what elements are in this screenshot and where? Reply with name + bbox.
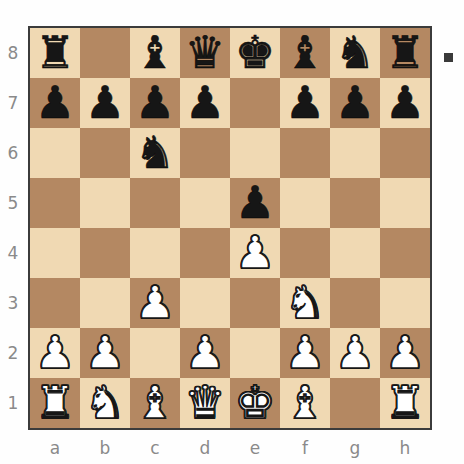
white-pawn-d2[interactable]: ♟ — [185, 328, 225, 378]
white-knight-b1[interactable]: ♞ — [85, 378, 125, 428]
black-pawn-e5[interactable]: ♟ — [235, 178, 275, 228]
square-c4[interactable] — [130, 228, 180, 278]
square-a3[interactable] — [30, 278, 80, 328]
square-b2[interactable]: ♟ — [80, 328, 130, 378]
black-knight-g8[interactable]: ♞ — [335, 28, 375, 78]
square-d8[interactable]: ♛ — [180, 28, 230, 78]
square-b1[interactable]: ♞ — [80, 378, 130, 428]
square-h6[interactable] — [380, 128, 430, 178]
white-queen-d1[interactable]: ♛ — [185, 378, 225, 428]
square-d7[interactable]: ♟ — [180, 78, 230, 128]
file-label-c: c — [130, 436, 180, 460]
square-h5[interactable] — [380, 178, 430, 228]
black-pawn-h7[interactable]: ♟ — [385, 78, 425, 128]
square-d1[interactable]: ♛ — [180, 378, 230, 428]
square-c8[interactable]: ♝ — [130, 28, 180, 78]
square-b6[interactable] — [80, 128, 130, 178]
black-bishop-c8[interactable]: ♝ — [135, 28, 175, 78]
square-c6[interactable]: ♞ — [130, 128, 180, 178]
black-pawn-g7[interactable]: ♟ — [335, 78, 375, 128]
rank-label-2: 2 — [0, 328, 26, 378]
square-g6[interactable] — [330, 128, 380, 178]
black-to-move-indicator — [444, 53, 453, 62]
square-b3[interactable] — [80, 278, 130, 328]
file-label-e: e — [230, 436, 280, 460]
rank-label-7: 7 — [0, 78, 26, 128]
square-b5[interactable] — [80, 178, 130, 228]
black-rook-h8[interactable]: ♜ — [385, 28, 425, 78]
white-bishop-c1[interactable]: ♝ — [135, 378, 175, 428]
square-g1[interactable] — [330, 378, 380, 428]
white-pawn-a2[interactable]: ♟ — [35, 328, 75, 378]
square-a8[interactable]: ♜ — [30, 28, 80, 78]
square-f1[interactable]: ♝ — [280, 378, 330, 428]
square-g2[interactable]: ♟ — [330, 328, 380, 378]
file-label-h: h — [380, 436, 430, 460]
square-f2[interactable]: ♟ — [280, 328, 330, 378]
square-e2[interactable] — [230, 328, 280, 378]
square-f6[interactable] — [280, 128, 330, 178]
square-b4[interactable] — [80, 228, 130, 278]
square-f5[interactable] — [280, 178, 330, 228]
rank-label-1: 1 — [0, 378, 26, 428]
square-a6[interactable] — [30, 128, 80, 178]
square-a7[interactable]: ♟ — [30, 78, 80, 128]
chess-board[interactable]: ♜♝♛♚♝♞♜♟♟♟♟♟♟♟♞♟♟♟♞♟♟♟♟♟♟♜♞♝♛♚♝♜ — [28, 26, 432, 430]
square-c5[interactable] — [130, 178, 180, 228]
rank-label-6: 6 — [0, 128, 26, 178]
chess-board-panel: 87654321 ♜♝♛♚♝♞♜♟♟♟♟♟♟♟♞♟♟♟♞♟♟♟♟♟♟♜♞♝♛♚♝… — [0, 0, 464, 464]
rank-label-5: 5 — [0, 178, 26, 228]
square-e4[interactable]: ♟ — [230, 228, 280, 278]
square-c7[interactable]: ♟ — [130, 78, 180, 128]
square-a4[interactable] — [30, 228, 80, 278]
file-label-f: f — [280, 436, 330, 460]
square-d6[interactable] — [180, 128, 230, 178]
square-d3[interactable] — [180, 278, 230, 328]
white-king-e1[interactable]: ♚ — [235, 378, 275, 428]
square-e1[interactable]: ♚ — [230, 378, 280, 428]
square-c2[interactable] — [130, 328, 180, 378]
square-e7[interactable] — [230, 78, 280, 128]
square-a1[interactable]: ♜ — [30, 378, 80, 428]
black-king-e8[interactable]: ♚ — [235, 28, 275, 78]
white-pawn-c3[interactable]: ♟ — [135, 278, 175, 328]
square-g7[interactable]: ♟ — [330, 78, 380, 128]
black-pawn-d7[interactable]: ♟ — [185, 78, 225, 128]
white-rook-h1[interactable]: ♜ — [385, 378, 425, 428]
black-rook-a8[interactable]: ♜ — [35, 28, 75, 78]
square-g5[interactable] — [330, 178, 380, 228]
square-g8[interactable]: ♞ — [330, 28, 380, 78]
square-f7[interactable]: ♟ — [280, 78, 330, 128]
black-pawn-b7[interactable]: ♟ — [85, 78, 125, 128]
file-label-g: g — [330, 436, 380, 460]
square-h3[interactable] — [380, 278, 430, 328]
white-pawn-e4[interactable]: ♟ — [235, 228, 275, 278]
square-d5[interactable] — [180, 178, 230, 228]
square-f4[interactable] — [280, 228, 330, 278]
square-e6[interactable] — [230, 128, 280, 178]
white-pawn-h2[interactable]: ♟ — [385, 328, 425, 378]
white-pawn-f2[interactable]: ♟ — [285, 328, 325, 378]
square-h8[interactable]: ♜ — [380, 28, 430, 78]
black-pawn-c7[interactable]: ♟ — [135, 78, 175, 128]
file-label-b: b — [80, 436, 130, 460]
square-f3[interactable]: ♞ — [280, 278, 330, 328]
white-bishop-f1[interactable]: ♝ — [285, 378, 325, 428]
square-c1[interactable]: ♝ — [130, 378, 180, 428]
file-label-a: a — [30, 436, 80, 460]
white-rook-a1[interactable]: ♜ — [35, 378, 75, 428]
square-a2[interactable]: ♟ — [30, 328, 80, 378]
square-g4[interactable] — [330, 228, 380, 278]
square-e8[interactable]: ♚ — [230, 28, 280, 78]
square-d4[interactable] — [180, 228, 230, 278]
square-e3[interactable] — [230, 278, 280, 328]
rank-label-4: 4 — [0, 228, 26, 278]
file-label-d: d — [180, 436, 230, 460]
white-knight-f3[interactable]: ♞ — [285, 278, 325, 328]
square-b7[interactable]: ♟ — [80, 78, 130, 128]
rank-label-3: 3 — [0, 278, 26, 328]
white-pawn-g2[interactable]: ♟ — [335, 328, 375, 378]
square-b8[interactable] — [80, 28, 130, 78]
black-pawn-f7[interactable]: ♟ — [285, 78, 325, 128]
black-knight-c6[interactable]: ♞ — [135, 128, 175, 178]
black-pawn-a7[interactable]: ♟ — [35, 78, 75, 128]
square-a5[interactable] — [30, 178, 80, 228]
white-pawn-b2[interactable]: ♟ — [85, 328, 125, 378]
square-h2[interactable]: ♟ — [380, 328, 430, 378]
square-g3[interactable] — [330, 278, 380, 328]
square-f8[interactable]: ♝ — [280, 28, 330, 78]
square-c3[interactable]: ♟ — [130, 278, 180, 328]
square-e5[interactable]: ♟ — [230, 178, 280, 228]
square-h7[interactable]: ♟ — [380, 78, 430, 128]
black-queen-d8[interactable]: ♛ — [185, 28, 225, 78]
black-bishop-f8[interactable]: ♝ — [285, 28, 325, 78]
square-h1[interactable]: ♜ — [380, 378, 430, 428]
square-h4[interactable] — [380, 228, 430, 278]
rank-label-8: 8 — [0, 28, 26, 78]
square-d2[interactable]: ♟ — [180, 328, 230, 378]
